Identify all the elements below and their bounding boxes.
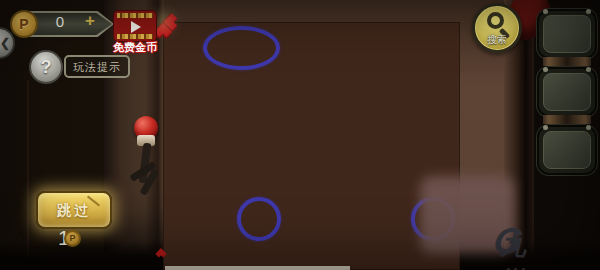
inventory-slot-1[interactable] xyxy=(537,9,597,59)
magnifier-icon xyxy=(487,12,504,29)
free-coins-video-button[interactable] xyxy=(113,10,157,42)
slot-inner xyxy=(543,73,591,111)
puzzle-board xyxy=(163,22,441,261)
film-strip-icon xyxy=(117,13,153,18)
watermark-text: 九游 xyxy=(500,228,528,270)
slot-connector xyxy=(543,57,591,66)
add-coins-button[interactable]: + xyxy=(85,11,95,31)
slot-connector xyxy=(543,115,591,124)
film-strip-icon xyxy=(117,34,153,39)
skip-label: 跳过 xyxy=(38,193,110,227)
hint-annotation-circle xyxy=(237,197,281,241)
play-icon xyxy=(131,21,141,33)
inventory-slot-3[interactable] xyxy=(537,125,597,175)
hint-annotation-ellipse xyxy=(203,26,281,70)
chevron-left-icon: ❮ xyxy=(0,36,10,50)
inventory-slot-2[interactable] xyxy=(537,67,597,117)
small-coin-icon: P xyxy=(64,230,81,247)
board-bottom-highlight xyxy=(165,266,350,270)
coin-count: 0 xyxy=(42,13,78,30)
slot-inner xyxy=(543,131,591,169)
skip-cost: 1 P xyxy=(58,227,118,249)
slot-inner xyxy=(543,15,591,53)
search-label: 搜索 xyxy=(475,33,519,47)
skip-button[interactable]: 跳过 xyxy=(36,191,112,229)
coin-icon: P xyxy=(10,10,38,38)
game-screen: P 0 + ❮ ? 玩法提示 免费金币 搜索 跳过 1 P G 九游 xyxy=(0,0,600,270)
hint-label-button[interactable]: 玩法提示 xyxy=(64,55,130,78)
hint-question-button[interactable]: ? xyxy=(29,50,63,84)
free-coins-label: 免费金币 xyxy=(107,40,163,55)
search-button[interactable]: 搜索 xyxy=(472,3,522,53)
